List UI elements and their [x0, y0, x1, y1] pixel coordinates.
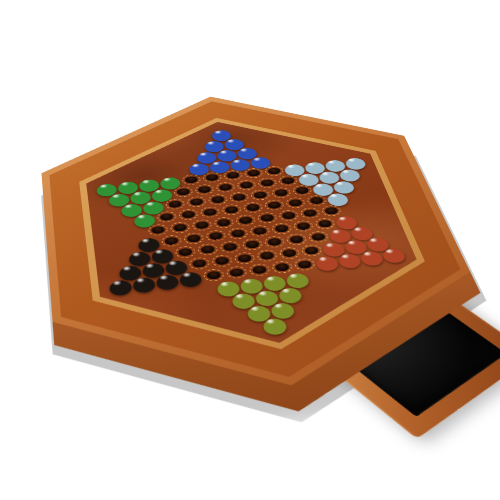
- hole-recess: [184, 176, 198, 184]
- hole-recess: [176, 188, 190, 196]
- hole-recess: [288, 235, 303, 244]
- hole-recess: [244, 240, 259, 249]
- hole-recess: [159, 213, 173, 221]
- hole-recess: [205, 174, 219, 182]
- hole-recess: [245, 203, 260, 211]
- hole-recess: [172, 223, 186, 231]
- hole-recess: [253, 191, 267, 199]
- hole-recess: [208, 232, 223, 241]
- hole-recess: [246, 169, 260, 176]
- hole-recess: [260, 179, 274, 187]
- hole-recess: [267, 201, 282, 209]
- hole-recess: [197, 186, 211, 194]
- hole-recess: [266, 238, 281, 247]
- hole-recess: [194, 221, 209, 229]
- hole-recess: [274, 224, 289, 232]
- hole-recess: [259, 251, 274, 260]
- hole-recess: [267, 167, 281, 174]
- hole-recess: [168, 200, 182, 208]
- hole-recess: [218, 183, 232, 191]
- hole-recess: [231, 193, 245, 201]
- board-scene: ●●●●●●●●●●●●●●●●●●●●●●●●●●●●●●●●●●●●●●●●…: [7, 77, 500, 423]
- hole-recess: [259, 214, 274, 222]
- hole-recess: [186, 234, 201, 243]
- hole-recess: [280, 177, 294, 185]
- product-photo: ●●●●●●●●●●●●●●●●●●●●●●●●●●●●●●●●●●●●●●●●…: [0, 0, 500, 500]
- hole-recess: [239, 181, 253, 189]
- hole-recess: [202, 208, 216, 216]
- hole-recess: [302, 209, 317, 217]
- hole-recess: [238, 216, 253, 224]
- hole-recess: [281, 249, 296, 258]
- hole-recess: [210, 196, 224, 204]
- hole-recess: [294, 187, 309, 195]
- marble-black[interactable]: ●: [108, 278, 133, 294]
- marble-black[interactable]: ●: [177, 270, 203, 286]
- hole-recess: [230, 229, 245, 237]
- hole-recess: [200, 245, 215, 254]
- hole-recess: [226, 172, 240, 179]
- hole-recess: [216, 219, 231, 227]
- hole-recess: [189, 198, 203, 206]
- hole-recess: [281, 211, 296, 219]
- hole-recess: [224, 206, 238, 214]
- hole-recess: [181, 211, 195, 219]
- hole-recess: [222, 243, 237, 252]
- hole-recess: [274, 189, 288, 197]
- hole-recess: [236, 254, 251, 263]
- hole-recess: [214, 256, 229, 265]
- hole-recess: [295, 222, 310, 230]
- hole-recess: [288, 199, 303, 207]
- marble-glyph: ●: [379, 247, 408, 262]
- hole-recess: [309, 197, 324, 205]
- marble-glyph: ●: [260, 316, 290, 334]
- hole-recess: [252, 227, 267, 235]
- marble-olive-green[interactable]: ●: [260, 316, 288, 333]
- marble-red[interactable]: ●: [380, 247, 407, 262]
